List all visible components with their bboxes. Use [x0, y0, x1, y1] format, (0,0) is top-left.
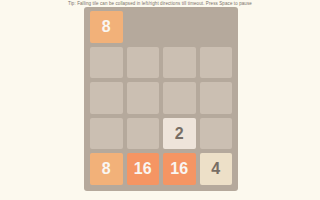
tile-16-r4c1: 16	[127, 153, 160, 185]
tile-8-r0c0: 8	[90, 11, 123, 43]
tile-4-r4c3: 4	[200, 153, 233, 185]
tile-2-r3c2: 2	[163, 118, 196, 150]
tip-text: Tip: Falling tile can be collapsed in le…	[0, 1, 320, 6]
empty-cell-r3c3	[200, 118, 233, 150]
empty-cell-r2c3	[200, 82, 233, 114]
tile-8-r4c0: 8	[90, 153, 123, 185]
empty-cell-r2c1	[127, 82, 160, 114]
game-board[interactable]: 82816164	[84, 7, 238, 191]
empty-cell-r1c3	[200, 47, 233, 79]
spawn-cell-r0c3	[200, 11, 233, 43]
empty-cell-r3c1	[127, 118, 160, 150]
empty-cell-r2c2	[163, 82, 196, 114]
empty-cell-r1c2	[163, 47, 196, 79]
tile-16-r4c2: 16	[163, 153, 196, 185]
empty-cell-r1c0	[90, 47, 123, 79]
spawn-cell-r0c1	[127, 11, 160, 43]
spawn-cell-r0c2	[163, 11, 196, 43]
empty-cell-r3c0	[90, 118, 123, 150]
empty-cell-r2c0	[90, 82, 123, 114]
empty-cell-r1c1	[127, 47, 160, 79]
